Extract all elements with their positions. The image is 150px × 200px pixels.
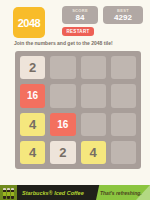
bottle-icon bbox=[7, 188, 10, 199]
game-logo: 2048 bbox=[13, 7, 45, 38]
empty-cell bbox=[81, 84, 106, 107]
tile-4: 4 bbox=[81, 141, 106, 164]
tile-2: 2 bbox=[20, 56, 45, 79]
tile-16: 16 bbox=[20, 84, 45, 107]
app-window: 2048 SCORE 84 BEST 4292 RESTART Join the… bbox=[0, 0, 150, 200]
best-value: 4292 bbox=[114, 14, 132, 22]
score-value: 84 bbox=[76, 14, 85, 22]
empty-cell bbox=[50, 56, 75, 79]
iced-coffee-bottles-icon bbox=[0, 185, 17, 200]
instruction-text: Join the numbers and get to the 2048 til… bbox=[14, 40, 144, 46]
tile-16: 16 bbox=[50, 113, 75, 136]
best-score-box: BEST 4292 bbox=[103, 6, 143, 24]
tile-4: 4 bbox=[20, 113, 45, 136]
best-label: BEST bbox=[117, 9, 129, 13]
tile-2: 2 bbox=[50, 141, 75, 164]
empty-cell bbox=[81, 56, 106, 79]
score-label: SCORE bbox=[72, 9, 88, 13]
empty-cell bbox=[111, 141, 136, 164]
board: 216416424 bbox=[15, 51, 141, 169]
bottle-icon bbox=[3, 188, 6, 199]
game-logo-text: 2048 bbox=[18, 17, 40, 29]
bottle-icon bbox=[11, 188, 14, 199]
empty-cell bbox=[111, 84, 136, 107]
ad-banner[interactable]: Starbucks® Iced Coffee That's refreshing… bbox=[0, 185, 150, 200]
empty-cell bbox=[111, 113, 136, 136]
empty-cell bbox=[111, 56, 136, 79]
score-box: SCORE 84 bbox=[62, 6, 98, 24]
ad-tagline-text: That's refreshing. bbox=[100, 190, 142, 196]
empty-cell bbox=[50, 84, 75, 107]
tile-4: 4 bbox=[20, 141, 45, 164]
restart-button[interactable]: RESTART bbox=[62, 27, 94, 36]
ad-brand-text: Starbucks® Iced Coffee bbox=[22, 190, 84, 196]
empty-cell bbox=[81, 113, 106, 136]
